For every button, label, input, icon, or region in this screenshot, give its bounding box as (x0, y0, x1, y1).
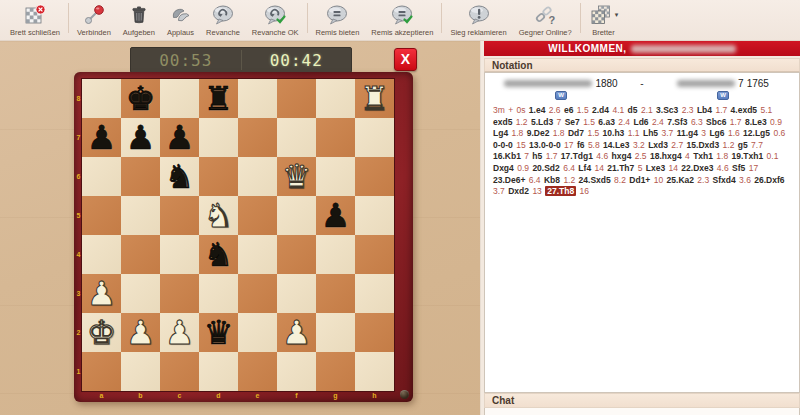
square-d1[interactable] (199, 352, 238, 391)
move-time: 1.7 (730, 117, 742, 127)
square-c2[interactable]: ♟ (160, 313, 199, 352)
move[interactable]: d5 (628, 105, 638, 115)
square-a3[interactable]: ♟ (82, 274, 121, 313)
rank-label-8: 8 (75, 79, 82, 118)
square-h5[interactable] (355, 196, 394, 235)
piece-white-pawn[interactable]: ♟ (160, 313, 199, 352)
piece-white-pawn[interactable]: ♟ (82, 274, 121, 313)
move-time: 1.7 (546, 151, 558, 161)
square-c1[interactable] (160, 352, 199, 391)
move[interactable]: 25.Ka2 (667, 175, 694, 185)
move-time: 4 (685, 151, 690, 161)
toolbar-button-trash[interactable]: Aufgeben (117, 0, 161, 39)
file-label-c: c (160, 391, 199, 401)
move-time: 10 (654, 175, 663, 185)
square-f5[interactable] (277, 196, 316, 235)
square-c8[interactable] (160, 79, 199, 118)
move-time: 1.2 (723, 140, 735, 150)
move[interactable]: 11.g4 (677, 128, 698, 138)
square-f6[interactable]: ♛ (277, 157, 316, 196)
piece-black-knight[interactable]: ♞ (160, 157, 199, 196)
move[interactable]: Dd1+ (629, 175, 650, 185)
toolbar: Brett schließen Verbinden Aufgeben Appla… (0, 0, 800, 41)
square-g4[interactable] (316, 235, 355, 274)
square-d3[interactable] (199, 274, 238, 313)
move[interactable]: 3.Sc3 (656, 105, 678, 115)
move[interactable]: 15.Dxd3 (687, 140, 720, 150)
piece-black-pawn[interactable]: ♟ (316, 196, 355, 235)
move-time: 7.7 (751, 140, 763, 150)
move-time: 5 (638, 163, 643, 173)
move-time: 1.7 (715, 105, 727, 115)
piece-white-pawn[interactable]: ♟ (277, 313, 316, 352)
toolbar-button-board-close[interactable]: Brett schließen (4, 0, 66, 39)
rank-label-2: 2 (75, 313, 82, 352)
move-time: 5.8 (588, 140, 600, 150)
move-time: 4.6 (596, 151, 608, 161)
board-grid: ♚♜♜♟♟♟♞♛♞♟♞♟♚♟♟♛♟ (82, 79, 394, 391)
move-time: 4.6 (717, 163, 729, 173)
square-b3[interactable] (121, 274, 160, 313)
rank-label-6: 6 (75, 157, 82, 196)
toolbar-button-label: Remis akzeptieren (371, 28, 433, 37)
move-time: 3.6 (739, 175, 751, 185)
toolbar-button-connect[interactable]: Verbinden (71, 0, 117, 39)
square-d4[interactable]: ♞ (199, 235, 238, 274)
move[interactable]: Dxd2 (508, 186, 529, 196)
move-time: 6.4 (529, 175, 541, 185)
move-time: 8.2 (614, 175, 626, 185)
move[interactable]: 8.Le3 (745, 117, 767, 127)
move[interactable]: Lh5 (643, 128, 658, 138)
move-time: 13 (532, 186, 541, 196)
piece-white-king[interactable]: ♚ (82, 313, 121, 352)
players-separator: - (629, 78, 655, 89)
welcome-name-redacted (631, 45, 736, 53)
file-label-h: h (355, 391, 394, 401)
square-a7[interactable]: ♟ (82, 118, 121, 157)
player-black: 7 1765 W (655, 78, 791, 100)
move-time: 17 (749, 163, 758, 173)
svg-text:?: ? (549, 13, 556, 25)
move[interactable]: 2.d4 (592, 105, 609, 115)
toolbar-separator (441, 3, 442, 33)
toolbar-button-label: Revanche (206, 28, 240, 37)
move[interactable]: hxg4 (612, 151, 632, 161)
move-time: 2.7 (671, 140, 683, 150)
move[interactable]: 12.Lg5 (743, 128, 770, 138)
move-time: 1.5 (577, 105, 589, 115)
square-b4[interactable] (121, 235, 160, 274)
chat-header: Chat (484, 393, 800, 408)
piece-white-queen[interactable]: ♛ (277, 157, 316, 196)
square-d6[interactable] (199, 157, 238, 196)
piece-black-rook[interactable]: ♜ (199, 79, 238, 118)
move-time: 2.3 (682, 105, 694, 115)
toolbar-button-label: Applaus (167, 28, 194, 37)
toolbar-button-claim-win[interactable]: Sieg reklamieren (444, 0, 512, 39)
move[interactable]: 24.Sxd5 (579, 175, 611, 185)
move-time: 14 (669, 163, 678, 173)
welcome-text: WILLKOMMEN, (548, 43, 626, 54)
move[interactable]: exd5 (493, 117, 512, 127)
dropdown-caret-icon: ▾ (615, 11, 619, 19)
welcome-banner: WILLKOMMEN, (484, 41, 800, 56)
rank-label-3: 3 (75, 274, 82, 313)
move-time: 1.1 (628, 128, 640, 138)
player-black-rating: 1765 (747, 78, 769, 89)
square-f7[interactable] (277, 118, 316, 157)
opponent-online-icon: ? (533, 2, 557, 27)
piece-black-pawn[interactable]: ♟ (82, 118, 121, 157)
player-white-flag-badge: W (555, 91, 567, 100)
move-time: 2.6 (549, 105, 561, 115)
move[interactable]: Dxg4 (493, 163, 514, 173)
square-h7[interactable] (355, 118, 394, 157)
square-f4[interactable] (277, 235, 316, 274)
move[interactable]: Ld6 (633, 117, 648, 127)
player-white: 1880 W (493, 78, 629, 100)
file-label-b: b (121, 391, 160, 401)
square-c4[interactable] (160, 235, 199, 274)
square-e6[interactable] (238, 157, 277, 196)
piece-black-king[interactable]: ♚ (121, 79, 160, 118)
square-a1[interactable] (82, 352, 121, 391)
draw-accept-icon (390, 2, 414, 27)
move-time: 15 (516, 140, 525, 150)
piece-black-pawn[interactable]: ♟ (121, 118, 160, 157)
file-label-f: f (277, 391, 316, 401)
rank-label-4: 4 (75, 235, 82, 274)
toolbar-separator (580, 3, 581, 33)
toolbar-button-applause[interactable]: Applaus (161, 0, 200, 39)
move[interactable]: 1.e4 (529, 105, 546, 115)
toolbar-button-rematch[interactable]: Revanche (200, 0, 246, 39)
move[interactable]: 20.Sd2 (532, 163, 559, 173)
move[interactable]: Txh1 (693, 151, 713, 161)
move[interactable]: Lg4 (493, 128, 508, 138)
square-h6[interactable] (355, 157, 394, 196)
move[interactable]: 21.Th7 (607, 163, 634, 173)
toolbar-separator (68, 3, 69, 33)
square-b8[interactable]: ♚ (121, 79, 160, 118)
square-f1[interactable] (277, 352, 316, 391)
square-b6[interactable] (121, 157, 160, 196)
connect-icon (82, 2, 106, 27)
move[interactable]: 17.Tdg1 (561, 151, 593, 161)
notation-header: Notation (484, 58, 800, 72)
move-time: 3.2 (633, 140, 645, 150)
move[interactable]: 10.h3 (603, 128, 625, 138)
move[interactable]: 23.De6+ (493, 175, 525, 185)
toolbar-button-label: Sieg reklamieren (450, 28, 506, 37)
player-black-flag-badge: W (717, 91, 729, 100)
rank-labels: 87654321 (75, 79, 82, 391)
move-time: 6.3 (691, 117, 703, 127)
square-g8[interactable] (316, 79, 355, 118)
toolbar-separator (307, 3, 308, 33)
move-time: 1.5 (587, 128, 599, 138)
square-d8[interactable]: ♜ (199, 79, 238, 118)
piece-black-queen[interactable]: ♛ (199, 313, 238, 352)
notation-panel: 1880 W - 7 1765 W 3m + 0s 1.e4 2.6 e6 1.… (484, 72, 800, 393)
boards-icon: ▾ (589, 2, 619, 27)
square-h3[interactable] (355, 274, 394, 313)
square-b5[interactable] (121, 196, 160, 235)
piece-black-knight[interactable]: ♞ (199, 235, 238, 274)
square-e3[interactable] (238, 274, 277, 313)
players-row: 1880 W - 7 1765 W (485, 73, 799, 101)
move[interactable]: 19.Txh1 (732, 151, 764, 161)
square-f2[interactable]: ♟ (277, 313, 316, 352)
player-black-name-redacted (677, 80, 735, 87)
move[interactable]: Sf5 (732, 163, 745, 173)
move-time: 2.4 (652, 117, 664, 127)
move[interactable]: 16.Kb1 (493, 151, 521, 161)
chat-body[interactable] (484, 408, 800, 415)
move[interactable]: 4.exd5 (731, 105, 757, 115)
piece-black-pawn[interactable]: ♟ (160, 118, 199, 157)
square-b7[interactable]: ♟ (121, 118, 160, 157)
move[interactable]: Lf4 (578, 163, 591, 173)
close-board-button[interactable]: X (394, 48, 417, 71)
square-a4[interactable] (82, 235, 121, 274)
square-c7[interactable]: ♟ (160, 118, 199, 157)
square-f8[interactable] (277, 79, 316, 118)
toolbar-button-label: Bretter (592, 28, 615, 37)
move[interactable]: 5.Ld3 (531, 117, 553, 127)
piece-white-knight[interactable]: ♞ (199, 196, 238, 235)
move[interactable]: Lxe3 (646, 163, 665, 173)
square-g2[interactable] (316, 313, 355, 352)
square-h8[interactable]: ♜ (355, 79, 394, 118)
square-d2[interactable]: ♛ (199, 313, 238, 352)
square-b1[interactable] (121, 352, 160, 391)
toolbar-button-boards[interactable]: ▾Bretter (583, 0, 625, 39)
move-time: 6.4 (563, 163, 575, 173)
move-time: 2.1 (641, 105, 653, 115)
move-time: 3 (701, 128, 706, 138)
player-black-name-suffix: 7 (738, 78, 744, 89)
piece-white-rook[interactable]: ♜ (355, 79, 394, 118)
toolbar-button-draw-accept[interactable]: Remis akzeptieren (365, 0, 439, 39)
move-time: 1.6 (728, 128, 740, 138)
move[interactable]: f6 (577, 140, 585, 150)
move-time: 16 (580, 186, 589, 196)
move-time: 7 (524, 151, 529, 161)
square-e8[interactable] (238, 79, 277, 118)
square-e4[interactable] (238, 235, 277, 274)
file-label-g: g (316, 391, 355, 401)
square-g5[interactable]: ♟ (316, 196, 355, 235)
move-time: 1.8 (553, 128, 565, 138)
square-c3[interactable] (160, 274, 199, 313)
move-time: 0.6 (773, 128, 785, 138)
board-close-icon (23, 2, 47, 27)
move-time: 2.3 (697, 175, 709, 185)
piece-white-pawn[interactable]: ♟ (121, 313, 160, 352)
rank-label-5: 5 (75, 196, 82, 235)
rematch-icon (211, 2, 235, 27)
square-a2[interactable]: ♚ (82, 313, 121, 352)
move[interactable]: e6 (564, 105, 573, 115)
square-b2[interactable]: ♟ (121, 313, 160, 352)
draw-offer-icon (325, 2, 349, 27)
move-time: 1.8 (512, 128, 524, 138)
move-time: 2.5 (635, 151, 647, 161)
move[interactable]: 7.Sf3 (667, 117, 687, 127)
square-h4[interactable] (355, 235, 394, 274)
square-d7[interactable] (199, 118, 238, 157)
move-time: 14 (594, 163, 603, 173)
square-e2[interactable] (238, 313, 277, 352)
toolbar-button-label: Verbinden (77, 28, 111, 37)
toolbar-button-rematch-ok[interactable]: Revanche OK (246, 0, 305, 39)
move-time: 4.1 (612, 105, 624, 115)
move[interactable]: 14.Le3 (603, 140, 629, 150)
move-time: 1.2 (563, 175, 575, 185)
board-corner-peg (400, 390, 409, 399)
move-time: 2.4 (618, 117, 630, 127)
move[interactable]: 13.0-0-0 (529, 140, 561, 150)
move-time: 1.5 (583, 117, 595, 127)
chess-board: 87654321 ♚♜♜♟♟♟♞♛♞♟♞♟♚♟♟♛♟ abcdefgh (74, 72, 413, 402)
square-a5[interactable] (82, 196, 121, 235)
toolbar-button-draw-offer[interactable]: Remis bieten (310, 0, 366, 39)
clock-white-time: 00:53 (131, 48, 241, 72)
move-time: 1.8 (716, 151, 728, 161)
move-time: 7 (557, 117, 562, 127)
move[interactable]: 6.a3 (598, 117, 615, 127)
move-list: 3m + 0s 1.e4 2.6 e6 1.5 2.d4 4.1 d5 2.1 … (485, 101, 799, 202)
toolbar-button-label: Revanche OK (252, 28, 299, 37)
square-a6[interactable] (82, 157, 121, 196)
move[interactable]: h5 (532, 151, 542, 161)
move[interactable]: Lxd3 (648, 140, 668, 150)
move-time: 5.1 (760, 105, 772, 115)
toolbar-button-label: Brett schließen (10, 28, 60, 37)
toolbar-button-opponent-online[interactable]: ?Gegner Online? (513, 0, 578, 39)
move[interactable]: Sbc6 (706, 117, 726, 127)
move-time: 0.9 (770, 117, 782, 127)
file-label-e: e (238, 391, 277, 401)
move[interactable]: 18.hxg4 (650, 151, 682, 161)
file-labels: abcdefgh (82, 391, 394, 401)
square-c5[interactable] (160, 196, 199, 235)
square-c6[interactable]: ♞ (160, 157, 199, 196)
toolbar-button-label: Remis bieten (316, 28, 360, 37)
claim-win-icon (467, 2, 491, 27)
move-time: 3.7 (493, 186, 505, 196)
file-label-d: d (199, 391, 238, 401)
move-time: 0.9 (517, 163, 529, 173)
move[interactable]: g5 (738, 140, 748, 150)
square-f3[interactable] (277, 274, 316, 313)
move[interactable]: Lg6 (709, 128, 724, 138)
move[interactable]: Kb8 (544, 175, 560, 185)
square-g6[interactable] (316, 157, 355, 196)
square-g3[interactable] (316, 274, 355, 313)
player-white-rating: 1880 (595, 78, 617, 89)
move-time: 1.2 (516, 117, 528, 127)
toolbar-button-label: Aufgeben (123, 28, 155, 37)
move[interactable]: Lb4 (697, 105, 712, 115)
applause-icon (168, 2, 192, 27)
square-g1[interactable] (316, 352, 355, 391)
square-d5[interactable]: ♞ (199, 196, 238, 235)
square-e1[interactable] (238, 352, 277, 391)
player-white-name-redacted (504, 80, 592, 87)
rank-label-1: 1 (75, 352, 82, 391)
move[interactable]: 22.Dxe3 (681, 163, 713, 173)
square-a8[interactable] (82, 79, 121, 118)
time-control-label: 3m + 0s (493, 105, 529, 115)
move[interactable]: 0-0-0 (493, 140, 513, 150)
toolbar-button-label: Gegner Online? (519, 28, 572, 37)
square-e7[interactable] (238, 118, 277, 157)
move[interactable]: 9.De2 (527, 128, 550, 138)
move[interactable]: Sfxd4 (713, 175, 736, 185)
rank-label-7: 7 (75, 118, 82, 157)
move-time: 17 (564, 140, 573, 150)
move[interactable]: Dd7 (568, 128, 584, 138)
square-h2[interactable] (355, 313, 394, 352)
rematch-ok-icon (263, 2, 287, 27)
move[interactable]: Se7 (565, 117, 580, 127)
clock-black-time: 00:42 (242, 48, 352, 72)
move-time: 3.7 (661, 128, 673, 138)
game-clock: 00:53 00:42 (130, 47, 352, 73)
square-e5[interactable] (238, 196, 277, 235)
square-h1[interactable] (355, 352, 394, 391)
move-time: 0.1 (767, 151, 779, 161)
move[interactable]: 26.Dxf6 (754, 175, 784, 185)
file-label-a: a (82, 391, 121, 401)
square-g7[interactable] (316, 118, 355, 157)
current-move[interactable]: 27.Th8 (545, 186, 576, 196)
trash-icon (127, 2, 151, 27)
right-panel: WILLKOMMEN, Notation 1880 W - 7 1765 W (480, 41, 800, 415)
